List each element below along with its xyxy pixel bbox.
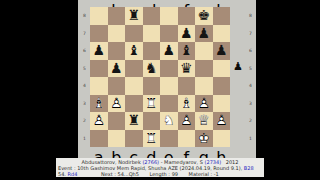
square-f3: ♝♗ [178, 95, 196, 113]
rank-label-1: 1 [80, 130, 89, 148]
square-e2: ♞♘ [160, 112, 178, 130]
square-b2 [108, 112, 126, 130]
rank-label-8: 8 [246, 7, 255, 25]
white-pawn-outline-h2: ♙ [213, 112, 231, 130]
square-e3 [160, 95, 178, 113]
chess-board-frame: abcdefgh abcdefgh 87654321 87654321 ♜♚♟♟… [78, 0, 256, 158]
white-pawn-outline-g3: ♙ [195, 95, 213, 113]
square-a6: ♟ [90, 42, 108, 60]
square-d5: ♞ [143, 60, 161, 78]
rank-label-6: 6 [80, 42, 89, 60]
players-line: Abdusattorov, Nodirbek (2766) - Mamedyar… [56, 158, 264, 165]
square-d3: ♜♖ [143, 95, 161, 113]
rank-label-2: 2 [246, 112, 255, 130]
square-g5 [195, 60, 213, 78]
black-rook-c2: ♜ [125, 112, 143, 130]
rank-labels-right: 87654321 [246, 7, 255, 147]
caption-strip: Abdusattorov, Nodirbek (2766) - Mamedyar… [56, 158, 264, 177]
rank-label-5: 5 [246, 60, 255, 78]
file-labels-bottom: abcdefgh [90, 148, 230, 154]
white-rook-d1: ♜ [143, 130, 161, 148]
rank-label-5: 5 [80, 60, 89, 78]
square-h4 [213, 77, 231, 95]
black-pawn-b5: ♟ [108, 60, 126, 78]
white-knight-outline-e2: ♘ [160, 112, 178, 130]
square-d6 [143, 42, 161, 60]
rank-label-4: 4 [246, 77, 255, 95]
white-knight-e2: ♞ [160, 112, 178, 130]
material-value: -1 [214, 171, 219, 177]
rank-label-8: 8 [80, 7, 89, 25]
next-move: 54...Qh5 [118, 171, 139, 177]
square-b4 [108, 77, 126, 95]
square-e1 [160, 130, 178, 148]
square-a3: ♝♗ [90, 95, 108, 113]
square-d4 [143, 77, 161, 95]
white-pawn-outline-a2: ♙ [90, 112, 108, 130]
square-f8 [178, 7, 196, 25]
white-bishop-f3: ♝ [178, 95, 196, 113]
square-b6 [108, 42, 126, 60]
square-a8 [90, 7, 108, 25]
square-b7 [108, 25, 126, 43]
square-h2: ♟♙ [213, 112, 231, 130]
white-pawn-outline-b3: ♙ [108, 95, 126, 113]
black-pawn-g7: ♟ [195, 25, 213, 43]
square-h6: ♟ [213, 42, 231, 60]
material-indicator-black-pawn-icon: ♟ [231, 60, 245, 74]
square-c4 [125, 77, 143, 95]
square-c2: ♜ [125, 112, 143, 130]
square-c8: ♜ [125, 7, 143, 25]
material-label: Material : [189, 171, 213, 177]
square-a4 [90, 77, 108, 95]
square-h8 [213, 7, 231, 25]
black-pawn-h6: ♟ [213, 42, 231, 60]
square-c5 [125, 60, 143, 78]
move-info-line: 54. Rd4 Next : 54...Qh5 Length : 99 Mate… [56, 171, 264, 177]
square-f6: ♝ [178, 42, 196, 60]
square-f4 [178, 77, 196, 95]
white-pawn-a2: ♟ [90, 112, 108, 130]
white-king-outline-g1: ♔ [195, 130, 213, 148]
rank-label-1: 1 [246, 130, 255, 148]
black-pawn-e6: ♟ [160, 42, 178, 60]
black-king-g8: ♚ [195, 7, 213, 25]
black-rook-c8: ♜ [125, 7, 143, 25]
square-g3: ♟♙ [195, 95, 213, 113]
square-a1 [90, 130, 108, 148]
square-e5 [160, 60, 178, 78]
square-c1 [125, 130, 143, 148]
square-c7 [125, 25, 143, 43]
square-e6: ♟ [160, 42, 178, 60]
current-move: Rd4 [68, 171, 78, 177]
rank-label-3: 3 [246, 95, 255, 113]
white-pawn-outline-f2: ♙ [178, 112, 196, 130]
square-h3 [213, 95, 231, 113]
white-rook-outline-d1: ♖ [143, 130, 161, 148]
video-frame: { "game": "chess", "position": { "fen": … [0, 0, 320, 180]
square-g7: ♟ [195, 25, 213, 43]
white-pawn-b3: ♟ [108, 95, 126, 113]
square-e4 [160, 77, 178, 95]
square-d2 [143, 112, 161, 130]
length-value: 99 [172, 171, 178, 177]
square-a5 [90, 60, 108, 78]
rank-label-7: 7 [80, 25, 89, 43]
square-h5 [213, 60, 231, 78]
white-rook-outline-d3: ♖ [143, 95, 161, 113]
eco-code: B28 [244, 165, 254, 171]
square-f1 [178, 130, 196, 148]
next-label: Next : [101, 171, 116, 177]
square-b5: ♟ [108, 60, 126, 78]
square-g2: ♛♕ [195, 112, 213, 130]
white-king-g1: ♚ [195, 130, 213, 148]
white-bishop-outline-f3: ♗ [178, 95, 196, 113]
square-h7 [213, 25, 231, 43]
black-pawn-a6: ♟ [90, 42, 108, 60]
white-pawn-h2: ♟ [213, 112, 231, 130]
square-b8 [108, 7, 126, 25]
black-knight-d5: ♞ [143, 60, 161, 78]
square-g8: ♚ [195, 7, 213, 25]
length-label: Length : [150, 171, 171, 177]
white-pawn-g3: ♟ [195, 95, 213, 113]
rank-label-4: 4 [80, 77, 89, 95]
black-queen-f5: ♛ [178, 60, 196, 78]
white-queen-g2: ♛ [195, 112, 213, 130]
square-c6: ♝ [125, 42, 143, 60]
black-bishop-f6: ♝ [178, 42, 196, 60]
white-queen-outline-g2: ♕ [195, 112, 213, 130]
square-e7 [160, 25, 178, 43]
square-b1 [108, 130, 126, 148]
white-rook-d3: ♜ [143, 95, 161, 113]
square-a7 [90, 25, 108, 43]
square-b3: ♟♙ [108, 95, 126, 113]
rank-labels-left: 87654321 [80, 7, 89, 147]
rank-label-6: 6 [246, 42, 255, 60]
black-pawn-f7: ♟ [178, 25, 196, 43]
square-g1: ♚♔ [195, 130, 213, 148]
square-g4 [195, 77, 213, 95]
white-pawn-f2: ♟ [178, 112, 196, 130]
square-f5: ♛ [178, 60, 196, 78]
square-d1: ♜♖ [143, 130, 161, 148]
square-d8 [143, 7, 161, 25]
square-f2: ♟♙ [178, 112, 196, 130]
square-a2: ♟♙ [90, 112, 108, 130]
rank-label-2: 2 [80, 112, 89, 130]
move-number: 54. [58, 171, 66, 177]
square-c3 [125, 95, 143, 113]
chess-board: ♜♚♟♟♟♝♟♝♟♟♞♛♝♗♟♙♜♖♝♗♟♙♟♙♜♞♘♟♙♛♕♟♙♜♖♚♔ [90, 7, 230, 147]
black-bishop-c6: ♝ [125, 42, 143, 60]
square-d7 [143, 25, 161, 43]
rank-label-3: 3 [80, 95, 89, 113]
square-e8 [160, 7, 178, 25]
square-g6 [195, 42, 213, 60]
white-bishop-outline-a3: ♗ [90, 95, 108, 113]
square-h1 [213, 130, 231, 148]
rank-label-7: 7 [246, 25, 255, 43]
white-bishop-a3: ♝ [90, 95, 108, 113]
square-f7: ♟ [178, 25, 196, 43]
